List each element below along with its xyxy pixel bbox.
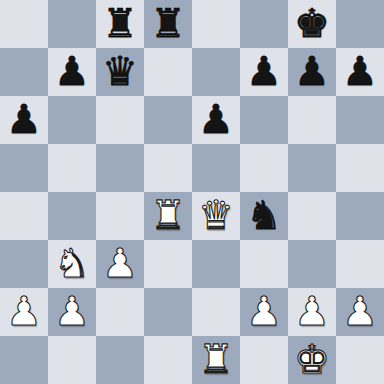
black-pawn-piece[interactable]: ♟ <box>198 95 234 143</box>
square-g2[interactable]: ♟ <box>288 288 336 336</box>
square-c6[interactable] <box>96 96 144 144</box>
square-d2[interactable] <box>144 288 192 336</box>
square-a2[interactable]: ♟ <box>0 288 48 336</box>
square-a6[interactable]: ♟ <box>0 96 48 144</box>
square-d5[interactable] <box>144 144 192 192</box>
square-g6[interactable] <box>288 96 336 144</box>
square-f6[interactable] <box>240 96 288 144</box>
square-a4[interactable] <box>0 192 48 240</box>
square-e2[interactable] <box>192 288 240 336</box>
square-h8[interactable] <box>336 0 384 48</box>
square-d4[interactable]: ♜ <box>144 192 192 240</box>
square-f2[interactable]: ♟ <box>240 288 288 336</box>
square-h2[interactable]: ♟ <box>336 288 384 336</box>
square-e4[interactable]: ♛ <box>192 192 240 240</box>
white-king-piece[interactable]: ♚ <box>294 335 330 383</box>
square-e7[interactable] <box>192 48 240 96</box>
white-pawn-piece[interactable]: ♟ <box>102 239 138 287</box>
square-e5[interactable] <box>192 144 240 192</box>
square-c4[interactable] <box>96 192 144 240</box>
square-a7[interactable] <box>0 48 48 96</box>
square-g8[interactable]: ♚ <box>288 0 336 48</box>
square-c5[interactable] <box>96 144 144 192</box>
square-a3[interactable] <box>0 240 48 288</box>
square-h3[interactable] <box>336 240 384 288</box>
black-pawn-piece[interactable]: ♟ <box>6 95 42 143</box>
square-f8[interactable] <box>240 0 288 48</box>
white-rook-piece[interactable]: ♜ <box>150 191 186 239</box>
white-pawn-piece[interactable]: ♟ <box>246 287 282 335</box>
square-d8[interactable]: ♜ <box>144 0 192 48</box>
square-d6[interactable] <box>144 96 192 144</box>
square-e3[interactable] <box>192 240 240 288</box>
square-c1[interactable] <box>96 336 144 384</box>
square-b8[interactable] <box>48 0 96 48</box>
black-pawn-piece[interactable]: ♟ <box>342 47 378 95</box>
black-rook-piece[interactable]: ♜ <box>150 0 186 47</box>
square-d7[interactable] <box>144 48 192 96</box>
square-g1[interactable]: ♚ <box>288 336 336 384</box>
white-pawn-piece[interactable]: ♟ <box>6 287 42 335</box>
square-b2[interactable]: ♟ <box>48 288 96 336</box>
square-b5[interactable] <box>48 144 96 192</box>
black-queen-piece[interactable]: ♛ <box>102 47 138 95</box>
square-a8[interactable] <box>0 0 48 48</box>
square-e8[interactable] <box>192 0 240 48</box>
square-f5[interactable] <box>240 144 288 192</box>
black-knight-piece[interactable]: ♞ <box>246 191 282 239</box>
square-b1[interactable] <box>48 336 96 384</box>
black-pawn-piece[interactable]: ♟ <box>294 47 330 95</box>
square-e1[interactable]: ♜ <box>192 336 240 384</box>
square-c2[interactable] <box>96 288 144 336</box>
square-a5[interactable] <box>0 144 48 192</box>
square-a1[interactable] <box>0 336 48 384</box>
black-pawn-piece[interactable]: ♟ <box>246 47 282 95</box>
square-g7[interactable]: ♟ <box>288 48 336 96</box>
square-b6[interactable] <box>48 96 96 144</box>
white-rook-piece[interactable]: ♜ <box>198 335 234 383</box>
square-f4[interactable]: ♞ <box>240 192 288 240</box>
black-king-piece[interactable]: ♚ <box>294 0 330 47</box>
white-queen-piece[interactable]: ♛ <box>198 191 234 239</box>
square-h5[interactable] <box>336 144 384 192</box>
square-f1[interactable] <box>240 336 288 384</box>
square-e6[interactable]: ♟ <box>192 96 240 144</box>
square-g4[interactable] <box>288 192 336 240</box>
square-c7[interactable]: ♛ <box>96 48 144 96</box>
square-d3[interactable] <box>144 240 192 288</box>
square-h1[interactable] <box>336 336 384 384</box>
square-b4[interactable] <box>48 192 96 240</box>
black-rook-piece[interactable]: ♜ <box>102 0 138 47</box>
chess-board: ♜♜♚♟♛♟♟♟♟♟♜♛♞♞♟♟♟♟♟♟♜♚ <box>0 0 384 384</box>
square-g5[interactable] <box>288 144 336 192</box>
black-pawn-piece[interactable]: ♟ <box>54 47 90 95</box>
square-h6[interactable] <box>336 96 384 144</box>
square-b7[interactable]: ♟ <box>48 48 96 96</box>
square-f3[interactable] <box>240 240 288 288</box>
white-pawn-piece[interactable]: ♟ <box>54 287 90 335</box>
square-g3[interactable] <box>288 240 336 288</box>
square-h7[interactable]: ♟ <box>336 48 384 96</box>
square-h4[interactable] <box>336 192 384 240</box>
square-d1[interactable] <box>144 336 192 384</box>
square-c3[interactable]: ♟ <box>96 240 144 288</box>
white-knight-piece[interactable]: ♞ <box>54 239 90 287</box>
square-c8[interactable]: ♜ <box>96 0 144 48</box>
white-pawn-piece[interactable]: ♟ <box>342 287 378 335</box>
square-f7[interactable]: ♟ <box>240 48 288 96</box>
white-pawn-piece[interactable]: ♟ <box>294 287 330 335</box>
square-b3[interactable]: ♞ <box>48 240 96 288</box>
